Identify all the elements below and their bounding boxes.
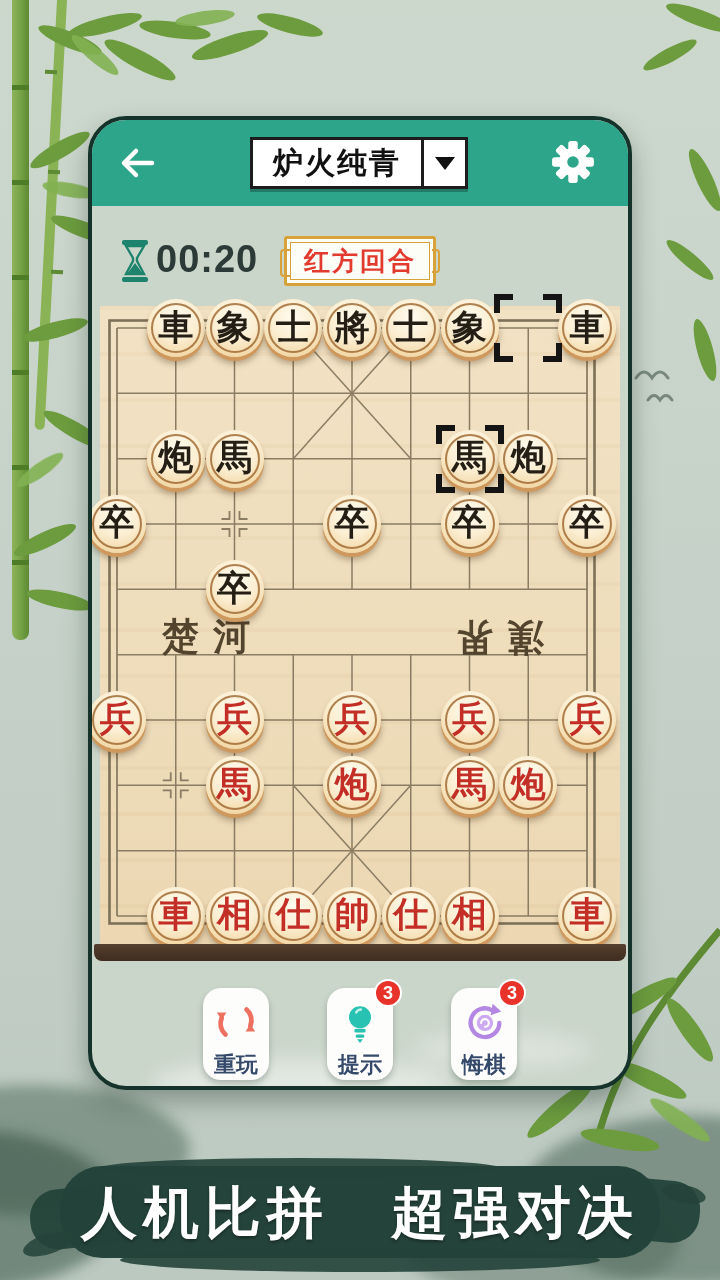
- piece-black[interactable]: 將: [323, 299, 381, 357]
- piece-black[interactable]: 卒: [558, 495, 616, 553]
- piece-black[interactable]: 卒: [206, 560, 264, 618]
- difficulty-label: 炉火纯青: [253, 140, 421, 186]
- piece-black[interactable]: 炮: [147, 430, 205, 488]
- piece-black[interactable]: 象: [441, 299, 499, 357]
- piece-black[interactable]: 卒: [441, 495, 499, 553]
- xiangqi-board[interactable]: 楚河 漢界 車象士將士象車炮馬馬炮卒卒卒卒卒兵兵兵兵兵馬炮馬炮車相仕帥仕相車: [100, 306, 620, 946]
- replay-button[interactable]: 重玩: [203, 988, 269, 1080]
- piece-black[interactable]: 車: [147, 299, 205, 357]
- timer-value: 00:20: [156, 238, 258, 281]
- piece-red[interactable]: 仕: [382, 887, 440, 945]
- piece-black[interactable]: 卒: [323, 495, 381, 553]
- piece-black[interactable]: 馬: [206, 430, 264, 488]
- piece-red[interactable]: 車: [147, 887, 205, 945]
- board-base-edge: [94, 944, 626, 961]
- piece-black[interactable]: 士: [382, 299, 440, 357]
- dropdown-caret-box[interactable]: [421, 140, 465, 186]
- promo-banner: 人机比拼 超强对决: [0, 1148, 720, 1280]
- piece-red[interactable]: 相: [441, 887, 499, 945]
- undo-label: 悔棋: [462, 1050, 506, 1080]
- back-arrow-icon: [114, 140, 160, 186]
- piece-red[interactable]: 兵: [88, 691, 146, 749]
- piece-black[interactable]: 車: [558, 299, 616, 357]
- promo-banner-text: 人机比拼 超强对决: [0, 1176, 720, 1252]
- piece-red[interactable]: 炮: [499, 756, 557, 814]
- hint-count-badge: 3: [374, 979, 402, 1007]
- replay-icon: [210, 996, 262, 1048]
- birds-outside: [636, 372, 672, 400]
- piece-red[interactable]: 兵: [441, 691, 499, 749]
- piece-black[interactable]: 象: [206, 299, 264, 357]
- piece-red[interactable]: 炮: [323, 756, 381, 814]
- piece-black[interactable]: 卒: [88, 495, 146, 553]
- piece-red[interactable]: 兵: [206, 691, 264, 749]
- piece-red[interactable]: 車: [558, 887, 616, 945]
- piece-red[interactable]: 帥: [323, 887, 381, 945]
- settings-button[interactable]: [550, 139, 596, 185]
- piece-red[interactable]: 馬: [441, 756, 499, 814]
- piece-red[interactable]: 相: [206, 887, 264, 945]
- turn-indicator-badge: 红方回合: [284, 236, 436, 286]
- piece-red[interactable]: 兵: [558, 691, 616, 749]
- game-panel: 炉火纯青: [88, 116, 632, 1090]
- last-move-marker: [494, 294, 562, 362]
- piece-red[interactable]: 兵: [323, 691, 381, 749]
- piece-black[interactable]: 馬: [441, 430, 499, 488]
- undo-count-badge: 3: [498, 979, 526, 1007]
- difficulty-dropdown[interactable]: 炉火纯青: [250, 137, 468, 189]
- piece-red[interactable]: 仕: [264, 887, 322, 945]
- badge-ornament: [432, 249, 440, 273]
- replay-label: 重玩: [214, 1050, 258, 1080]
- piece-black[interactable]: 炮: [499, 430, 557, 488]
- hint-label: 提示: [338, 1050, 382, 1080]
- piece-red[interactable]: 馬: [206, 756, 264, 814]
- piece-black[interactable]: 士: [264, 299, 322, 357]
- hint-button[interactable]: 提示 3: [327, 988, 393, 1080]
- header-bar: 炉火纯青: [92, 120, 628, 206]
- undo-button[interactable]: 悔棋 3: [451, 988, 517, 1080]
- back-button[interactable]: [114, 140, 160, 186]
- gear-icon: [550, 139, 596, 185]
- chevron-down-icon: [435, 157, 455, 170]
- cloud-decor: [152, 1060, 452, 1090]
- timer-hourglass-icon: [120, 240, 150, 282]
